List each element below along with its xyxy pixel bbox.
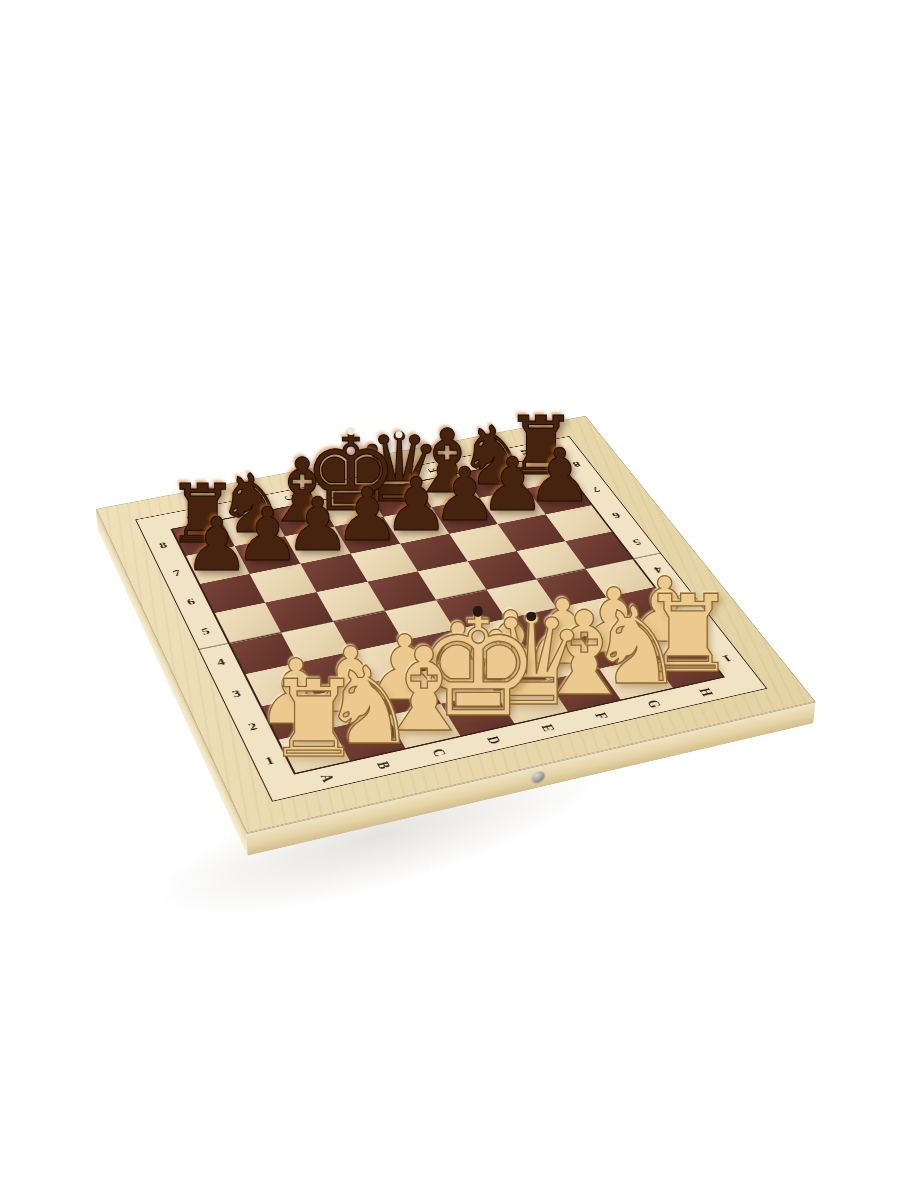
- dark-king-finial: [347, 427, 355, 435]
- piece-dark-pawn-a7[interactable]: ♟: [171, 508, 263, 582]
- coord-label: 5: [184, 613, 228, 649]
- light-king-finial: [473, 606, 483, 616]
- piece-light-rook-a1[interactable]: ♜: [247, 666, 380, 773]
- latch-screw: [532, 770, 544, 783]
- square-a5[interactable]: [213, 603, 281, 644]
- coord-label: 4: [198, 643, 243, 681]
- product-photo-stage: ABCDEFGH ABCDEFGH 87654321 87654321 ♜♞♝♚…: [0, 0, 900, 1200]
